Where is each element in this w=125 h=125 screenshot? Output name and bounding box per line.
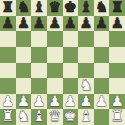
white-rook[interactable]: ♜ <box>1 109 14 125</box>
square-e2[interactable]: ♟ <box>63 94 79 110</box>
square-h3[interactable] <box>109 78 125 94</box>
square-h8[interactable]: ♜ <box>109 0 125 16</box>
square-f8[interactable]: ♝ <box>78 0 94 16</box>
square-c6[interactable] <box>31 31 47 47</box>
black-pawn[interactable]: ♟ <box>17 16 30 32</box>
square-a8[interactable]: ♜ <box>0 0 16 16</box>
black-pawn[interactable]: ♟ <box>111 16 124 32</box>
square-f4[interactable] <box>78 63 94 79</box>
square-f6[interactable] <box>78 31 94 47</box>
square-d8[interactable]: ♛ <box>47 0 63 16</box>
square-a4[interactable] <box>0 63 16 79</box>
square-g1[interactable] <box>94 109 110 125</box>
square-e3[interactable] <box>63 78 79 94</box>
white-pawn[interactable]: ♟ <box>79 94 92 110</box>
black-bishop[interactable]: ♝ <box>79 0 92 16</box>
white-pawn[interactable]: ♟ <box>1 94 14 110</box>
square-d7[interactable]: ♟ <box>47 16 63 32</box>
chess-board: ♜♞♝♛♚♝♞♜♟♟♟♟♟♟♟♟♞♟♟♟♟♟♟♟♟♜♞♝♛♚♝♜ <box>0 0 125 125</box>
white-pawn[interactable]: ♟ <box>33 94 46 110</box>
square-a7[interactable]: ♟ <box>0 16 16 32</box>
black-queen[interactable]: ♛ <box>48 0 61 16</box>
square-a6[interactable] <box>0 31 16 47</box>
square-c5[interactable] <box>31 47 47 63</box>
square-e5[interactable] <box>63 47 79 63</box>
square-b3[interactable] <box>16 78 32 94</box>
square-d4[interactable] <box>47 63 63 79</box>
square-d5[interactable] <box>47 47 63 63</box>
square-g6[interactable] <box>94 31 110 47</box>
square-c7[interactable]: ♟ <box>31 16 47 32</box>
white-pawn[interactable]: ♟ <box>48 94 61 110</box>
square-f2[interactable]: ♟ <box>78 94 94 110</box>
square-a5[interactable] <box>0 47 16 63</box>
white-knight[interactable]: ♞ <box>17 109 30 125</box>
white-rook[interactable]: ♜ <box>111 109 124 125</box>
square-b2[interactable]: ♟ <box>16 94 32 110</box>
black-rook[interactable]: ♜ <box>111 0 124 16</box>
square-e6[interactable] <box>63 31 79 47</box>
square-d1[interactable]: ♛ <box>47 109 63 125</box>
white-pawn[interactable]: ♟ <box>64 94 77 110</box>
square-h4[interactable] <box>109 63 125 79</box>
white-pawn[interactable]: ♟ <box>95 94 108 110</box>
square-h5[interactable] <box>109 47 125 63</box>
square-c3[interactable] <box>31 78 47 94</box>
black-pawn[interactable]: ♟ <box>79 16 92 32</box>
square-f7[interactable]: ♟ <box>78 16 94 32</box>
square-b5[interactable] <box>16 47 32 63</box>
square-e4[interactable] <box>63 63 79 79</box>
white-knight[interactable]: ♞ <box>79 78 92 94</box>
black-pawn[interactable]: ♟ <box>1 16 14 32</box>
square-c8[interactable]: ♝ <box>31 0 47 16</box>
white-bishop[interactable]: ♝ <box>79 109 92 125</box>
square-h2[interactable]: ♟ <box>109 94 125 110</box>
square-a1[interactable]: ♜ <box>0 109 16 125</box>
square-d2[interactable]: ♟ <box>47 94 63 110</box>
square-c1[interactable]: ♝ <box>31 109 47 125</box>
square-b7[interactable]: ♟ <box>16 16 32 32</box>
white-queen[interactable]: ♛ <box>48 109 61 125</box>
black-rook[interactable]: ♜ <box>1 0 14 16</box>
square-f1[interactable]: ♝ <box>78 109 94 125</box>
square-b4[interactable] <box>16 63 32 79</box>
black-king[interactable]: ♚ <box>64 0 77 16</box>
square-h7[interactable]: ♟ <box>109 16 125 32</box>
square-h6[interactable] <box>109 31 125 47</box>
black-pawn[interactable]: ♟ <box>64 16 77 32</box>
square-d6[interactable] <box>47 31 63 47</box>
square-g2[interactable]: ♟ <box>94 94 110 110</box>
square-c2[interactable]: ♟ <box>31 94 47 110</box>
white-king[interactable]: ♚ <box>64 109 77 125</box>
black-knight[interactable]: ♞ <box>95 0 108 16</box>
square-g5[interactable] <box>94 47 110 63</box>
square-h1[interactable]: ♜ <box>109 109 125 125</box>
square-b8[interactable]: ♞ <box>16 0 32 16</box>
square-f5[interactable] <box>78 47 94 63</box>
square-a3[interactable] <box>0 78 16 94</box>
square-g8[interactable]: ♞ <box>94 0 110 16</box>
white-pawn[interactable]: ♟ <box>17 94 30 110</box>
square-g3[interactable] <box>94 78 110 94</box>
square-g7[interactable]: ♟ <box>94 16 110 32</box>
square-g4[interactable] <box>94 63 110 79</box>
square-d3[interactable] <box>47 78 63 94</box>
square-e8[interactable]: ♚ <box>63 0 79 16</box>
white-bishop[interactable]: ♝ <box>33 109 46 125</box>
white-pawn[interactable]: ♟ <box>111 94 124 110</box>
square-f3[interactable]: ♞ <box>78 78 94 94</box>
black-pawn[interactable]: ♟ <box>48 16 61 32</box>
square-c4[interactable] <box>31 63 47 79</box>
square-b1[interactable]: ♞ <box>16 109 32 125</box>
square-e1[interactable]: ♚ <box>63 109 79 125</box>
black-pawn[interactable]: ♟ <box>33 16 46 32</box>
square-b6[interactable] <box>16 31 32 47</box>
black-knight[interactable]: ♞ <box>17 0 30 16</box>
black-bishop[interactable]: ♝ <box>33 0 46 16</box>
square-e7[interactable]: ♟ <box>63 16 79 32</box>
square-a2[interactable]: ♟ <box>0 94 16 110</box>
black-pawn[interactable]: ♟ <box>95 16 108 32</box>
